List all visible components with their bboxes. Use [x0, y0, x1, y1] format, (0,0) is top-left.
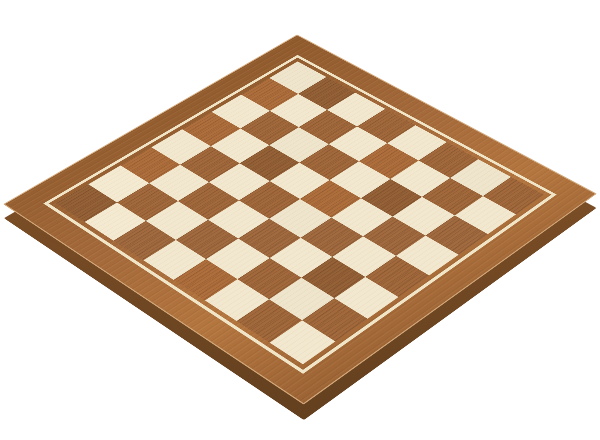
board-frame	[3, 35, 597, 405]
product-photo	[0, 0, 600, 440]
playing-field	[56, 61, 544, 364]
board-3d-tilt	[3, 35, 597, 405]
